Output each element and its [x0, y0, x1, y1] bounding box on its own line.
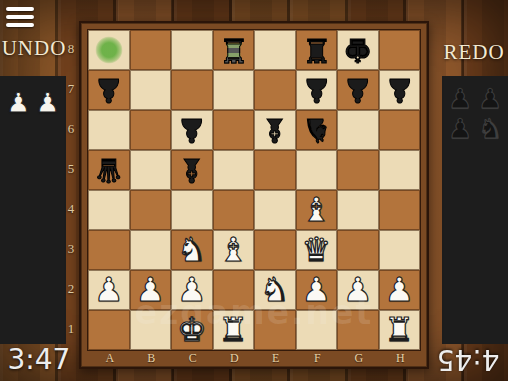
square-d2[interactable]	[213, 270, 255, 310]
square-c3[interactable]: ♞	[171, 230, 213, 270]
black-pawn[interactable]: ♟	[88, 70, 130, 110]
square-f3[interactable]: ♛	[296, 230, 338, 270]
captured-white-pieces-tray: ♟♟	[0, 76, 66, 344]
white-pawn[interactable]: ♟	[337, 270, 379, 310]
square-d1[interactable]: ♜	[213, 310, 255, 350]
redo-button[interactable]: REDO	[441, 40, 507, 65]
rank-label-2: 2	[63, 269, 79, 309]
square-e8[interactable]	[254, 30, 296, 70]
rank-label-6: 6	[63, 109, 79, 149]
black-pawn[interactable]: ♟	[379, 70, 421, 110]
black-knight[interactable]: ♞	[296, 110, 338, 150]
captured-white-pawn: ♟	[6, 88, 30, 118]
file-labels: ABCDEFGH	[89, 351, 421, 366]
white-king[interactable]: ♚	[171, 310, 213, 350]
black-bishop[interactable]: ♝	[171, 150, 213, 190]
square-c1[interactable]: ♚	[171, 310, 213, 350]
square-h5[interactable]	[379, 150, 421, 190]
rank-label-8: 8	[63, 29, 79, 69]
white-pawn[interactable]: ♟	[171, 270, 213, 310]
square-b6[interactable]	[130, 110, 172, 150]
square-c2[interactable]: ♟	[171, 270, 213, 310]
square-h7[interactable]: ♟	[379, 70, 421, 110]
file-label-E: E	[255, 351, 297, 366]
rank-label-7: 7	[63, 69, 79, 109]
square-g2[interactable]: ♟	[337, 270, 379, 310]
square-d4[interactable]	[213, 190, 255, 230]
white-pawn[interactable]: ♟	[130, 270, 172, 310]
black-pawn[interactable]: ♟	[337, 70, 379, 110]
file-label-D: D	[214, 351, 256, 366]
white-bishop[interactable]: ♝	[296, 190, 338, 230]
file-label-F: F	[297, 351, 339, 366]
file-label-C: C	[172, 351, 214, 366]
chess-board: ♜♜♚♟♟♟♟♟♝♞♛♝♝♞♝♛♟♟♟♞♟♟♟♚♜♜	[87, 29, 421, 351]
white-pawn[interactable]: ♟	[296, 270, 338, 310]
file-label-G: G	[338, 351, 380, 366]
square-c6[interactable]: ♟	[171, 110, 213, 150]
square-g3[interactable]	[337, 230, 379, 270]
square-e5[interactable]	[254, 150, 296, 190]
captured-black-pieces: ♟♟♟♞	[442, 76, 508, 144]
square-b3[interactable]	[130, 230, 172, 270]
square-e4[interactable]	[254, 190, 296, 230]
square-d5[interactable]	[213, 150, 255, 190]
file-label-H: H	[380, 351, 422, 366]
square-a3[interactable]	[88, 230, 130, 270]
rank-labels: 87654321	[63, 29, 79, 349]
square-d6[interactable]	[213, 110, 255, 150]
square-g1[interactable]	[337, 310, 379, 350]
captured-white-pawn: ♟	[36, 88, 60, 118]
captured-black-pawn: ♟	[445, 84, 475, 114]
last-move-origin-highlight	[95, 37, 122, 64]
square-f7[interactable]: ♟	[296, 70, 338, 110]
white-clock: 3:47	[1, 343, 77, 376]
square-c7[interactable]	[171, 70, 213, 110]
square-a2[interactable]: ♟	[88, 270, 130, 310]
square-e7[interactable]	[254, 70, 296, 110]
white-knight[interactable]: ♞	[171, 230, 213, 270]
square-g4[interactable]	[337, 190, 379, 230]
square-e2[interactable]: ♞	[254, 270, 296, 310]
black-rook[interactable]: ♜	[213, 30, 255, 70]
captured-black-pawn: ♟	[475, 84, 505, 114]
square-f4[interactable]: ♝	[296, 190, 338, 230]
captured-black-pieces-tray: ♟♟♟♞	[442, 76, 508, 344]
hamburger-menu-icon[interactable]	[6, 7, 36, 31]
square-g6[interactable]	[337, 110, 379, 150]
white-rook[interactable]: ♜	[213, 310, 255, 350]
captured-white-pieces: ♟♟	[0, 76, 66, 118]
square-f1[interactable]	[296, 310, 338, 350]
white-pawn[interactable]: ♟	[88, 270, 130, 310]
black-pawn[interactable]: ♟	[296, 70, 338, 110]
square-e1[interactable]	[254, 310, 296, 350]
rank-label-5: 5	[63, 149, 79, 189]
square-d8[interactable]: ♜	[213, 30, 255, 70]
square-a8[interactable]	[88, 30, 130, 70]
square-a6[interactable]	[88, 110, 130, 150]
white-rook[interactable]: ♜	[379, 310, 421, 350]
square-g8[interactable]: ♚	[337, 30, 379, 70]
square-h4[interactable]	[379, 190, 421, 230]
white-knight[interactable]: ♞	[254, 270, 296, 310]
square-d3[interactable]: ♝	[213, 230, 255, 270]
file-label-B: B	[131, 351, 173, 366]
white-pawn[interactable]: ♟	[379, 270, 421, 310]
square-c4[interactable]	[171, 190, 213, 230]
square-b1[interactable]	[130, 310, 172, 350]
square-f8[interactable]: ♜	[296, 30, 338, 70]
black-clock: 4:45	[430, 343, 506, 376]
square-f2[interactable]: ♟	[296, 270, 338, 310]
square-h1[interactable]: ♜	[379, 310, 421, 350]
black-queen[interactable]: ♛	[88, 150, 130, 190]
square-f6[interactable]: ♞	[296, 110, 338, 150]
square-h8[interactable]	[379, 30, 421, 70]
square-h3[interactable]	[379, 230, 421, 270]
undo-button[interactable]: UNDO	[1, 36, 67, 61]
black-bishop[interactable]: ♝	[254, 110, 296, 150]
white-queen[interactable]: ♛	[296, 230, 338, 270]
white-bishop[interactable]: ♝	[213, 230, 255, 270]
black-pawn[interactable]: ♟	[171, 110, 213, 150]
square-h6[interactable]	[379, 110, 421, 150]
captured-black-knight: ♞	[475, 114, 505, 144]
black-king[interactable]: ♚	[337, 30, 379, 70]
square-g7[interactable]: ♟	[337, 70, 379, 110]
captured-black-pawn: ♟	[445, 114, 475, 144]
square-e6[interactable]: ♝	[254, 110, 296, 150]
square-a4[interactable]	[88, 190, 130, 230]
square-c5[interactable]: ♝	[171, 150, 213, 190]
board-frame: ♜♜♚♟♟♟♟♟♝♞♛♝♝♞♝♛♟♟♟♞♟♟♟♚♜♜ ABCDEFGH	[79, 21, 429, 369]
square-b2[interactable]: ♟	[130, 270, 172, 310]
square-a1[interactable]	[88, 310, 130, 350]
file-label-A: A	[89, 351, 131, 366]
square-b4[interactable]	[130, 190, 172, 230]
square-b7[interactable]	[130, 70, 172, 110]
square-b5[interactable]	[130, 150, 172, 190]
rank-label-4: 4	[63, 189, 79, 229]
square-f5[interactable]	[296, 150, 338, 190]
square-h2[interactable]: ♟	[379, 270, 421, 310]
square-e3[interactable]	[254, 230, 296, 270]
square-b8[interactable]	[130, 30, 172, 70]
black-rook[interactable]: ♜	[296, 30, 338, 70]
square-d7[interactable]	[213, 70, 255, 110]
rank-label-3: 3	[63, 229, 79, 269]
square-a7[interactable]: ♟	[88, 70, 130, 110]
square-c8[interactable]	[171, 30, 213, 70]
square-a5[interactable]: ♛	[88, 150, 130, 190]
chess-app-screen: UNDO REDO ♟♟ ♟♟♟♞ 87654321 ♜♜♚♟♟♟♟♟♝♞♛♝♝…	[0, 0, 508, 381]
square-g5[interactable]	[337, 150, 379, 190]
